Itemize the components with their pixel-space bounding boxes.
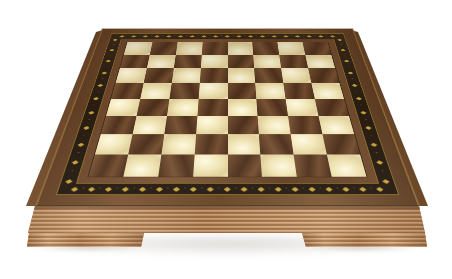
square-a6[interactable] (115, 68, 146, 83)
gold-diamond-inlay-icon: ◆ (306, 35, 311, 38)
gold-dot-inlay-icon: · (343, 54, 346, 57)
square-c5[interactable] (169, 83, 199, 99)
gold-dot-inlay-icon: · (126, 35, 128, 38)
square-b8[interactable] (149, 42, 177, 55)
square-a3[interactable] (100, 116, 136, 135)
gold-dot-inlay-icon: · (313, 35, 315, 38)
square-c6[interactable] (171, 68, 200, 83)
gold-dot-inlay-icon: · (96, 90, 99, 93)
square-b7[interactable] (146, 55, 175, 68)
gold-dot-inlay-icon: · (234, 186, 237, 191)
gold-diamond-inlay-icon: ◆ (360, 111, 367, 115)
gold-diamond-inlay-icon: ◆ (225, 35, 230, 38)
square-g7[interactable] (279, 55, 308, 68)
gold-diamond-inlay-icon: ◆ (166, 35, 171, 38)
gold-diamond-inlay-icon: ◆ (291, 186, 299, 192)
gold-dot-inlay-icon: · (76, 151, 80, 156)
square-b3[interactable] (132, 116, 166, 135)
square-b6[interactable] (143, 68, 173, 83)
chess-board: ◆·◆·◆·◆·◆·◆·◆·◆·◆·◆·◆·◆·◆·◆·◆·◆·◆·◆·◆ ◆·… (35, 29, 420, 206)
square-d4[interactable] (197, 99, 227, 116)
gold-diamond-inlay-icon: ◆ (121, 186, 129, 192)
gold-dot-inlay-icon: · (173, 35, 175, 38)
square-d5[interactable] (198, 83, 227, 99)
square-f4[interactable] (256, 99, 288, 116)
gold-diamond-inlay-icon: ◆ (248, 35, 253, 38)
square-h3[interactable] (318, 116, 354, 135)
square-c8[interactable] (175, 42, 202, 55)
product-photo: ◆·◆·◆·◆·◆·◆·◆·◆·◆·◆·◆·◆·◆·◆·◆·◆·◆·◆·◆ ◆·… (0, 0, 452, 279)
gold-dot-inlay-icon: · (255, 35, 257, 38)
gold-diamond-inlay-icon: ◆ (71, 160, 79, 165)
square-e7[interactable] (227, 55, 254, 68)
gold-dot-inlay-icon: · (132, 186, 135, 191)
square-g1[interactable] (293, 154, 331, 176)
gold-dot-inlay-icon: · (217, 186, 220, 191)
gold-dot-inlay-icon: · (325, 35, 327, 38)
gold-dot-inlay-icon: · (70, 169, 74, 174)
gold-dot-inlay-icon: · (115, 186, 119, 191)
gold-dot-inlay-icon: · (112, 44, 115, 47)
gold-dot-inlay-icon: · (302, 35, 304, 38)
square-b4[interactable] (136, 99, 169, 116)
square-f8[interactable] (252, 42, 279, 55)
gold-dot-inlay-icon: · (100, 77, 103, 80)
gold-dot-inlay-icon: · (92, 104, 95, 108)
gold-dot-inlay-icon: · (347, 65, 350, 68)
gold-dot-inlay-icon: · (150, 35, 152, 38)
gold-dot-inlay-icon: · (138, 35, 140, 38)
square-g2[interactable] (290, 134, 326, 154)
square-g5[interactable] (283, 83, 314, 99)
gold-diamond-inlay-icon: ◆ (64, 178, 72, 184)
square-a5[interactable] (111, 83, 144, 99)
square-f1[interactable] (260, 154, 296, 176)
gold-diamond-inlay-icon: ◆ (82, 126, 89, 131)
gold-dot-inlay-icon: · (220, 35, 222, 38)
gold-diamond-inlay-icon: ◆ (206, 186, 213, 192)
square-e2[interactable] (227, 134, 260, 154)
square-h8[interactable] (302, 42, 331, 55)
inlay-band: ◆·◆·◆·◆·◆·◆·◆·◆·◆·◆·◆·◆·◆·◆·◆·◆·◆·◆·◆ ◆·… (55, 33, 398, 195)
square-h1[interactable] (326, 154, 366, 176)
board-inner-frame (75, 39, 378, 184)
gold-dot-inlay-icon: · (82, 134, 86, 138)
square-f7[interactable] (253, 55, 281, 68)
gold-diamond-inlay-icon: ◆ (178, 35, 183, 38)
gold-dot-inlay-icon: · (278, 35, 280, 38)
gold-diamond-inlay-icon: ◆ (355, 97, 362, 101)
gold-diamond-inlay-icon: ◆ (329, 35, 334, 38)
gold-diamond-inlay-icon: ◆ (97, 83, 103, 87)
gold-dot-inlay-icon: · (351, 77, 354, 80)
gold-diamond-inlay-icon: ◆ (340, 49, 346, 52)
square-d7[interactable] (200, 55, 227, 68)
gold-dot-inlay-icon: · (374, 151, 378, 156)
gold-diamond-inlay-icon: ◆ (142, 35, 147, 38)
square-d8[interactable] (201, 42, 227, 55)
base-foot-right (302, 233, 427, 247)
square-a2[interactable] (94, 134, 132, 154)
square-f5[interactable] (255, 83, 285, 99)
square-b1[interactable] (123, 154, 161, 176)
square-g6[interactable] (281, 68, 311, 83)
gold-diamond-inlay-icon: ◆ (189, 186, 196, 192)
gold-dot-inlay-icon: · (352, 186, 356, 191)
gold-diamond-inlay-icon: ◆ (119, 35, 124, 38)
gold-dot-inlay-icon: · (166, 186, 169, 191)
gold-dot-inlay-icon: · (359, 104, 362, 108)
gold-diamond-inlay-icon: ◆ (138, 186, 146, 192)
gold-dot-inlay-icon: · (268, 186, 271, 191)
gold-dot-inlay-icon: · (267, 35, 269, 38)
square-b2[interactable] (128, 134, 164, 154)
square-e4[interactable] (227, 99, 257, 116)
square-a8[interactable] (123, 42, 152, 55)
gold-dot-inlay-icon: · (369, 134, 373, 138)
square-a4[interactable] (106, 99, 140, 116)
square-e6[interactable] (227, 68, 255, 83)
gold-diamond-inlay-icon: ◆ (87, 186, 95, 192)
gold-diamond-inlay-icon: ◆ (240, 186, 247, 192)
square-f2[interactable] (259, 134, 294, 154)
square-h5[interactable] (311, 83, 344, 99)
gold-diamond-inlay-icon: ◆ (341, 186, 349, 192)
gold-dot-inlay-icon: · (232, 35, 234, 38)
gold-dot-inlay-icon: · (340, 44, 343, 47)
square-h2[interactable] (322, 134, 360, 154)
square-h6[interactable] (308, 68, 339, 83)
gold-dot-inlay-icon: · (380, 169, 384, 174)
gold-diamond-inlay-icon: ◆ (351, 83, 357, 87)
gold-dot-inlay-icon: · (200, 186, 203, 191)
square-e1[interactable] (227, 154, 262, 176)
gold-dot-inlay-icon: · (369, 186, 373, 191)
gold-diamond-inlay-icon: ◆ (364, 126, 371, 131)
base-molding (0, 206, 452, 233)
gold-diamond-inlay-icon: ◆ (274, 186, 281, 192)
gold-diamond-inlay-icon: ◆ (112, 38, 118, 41)
square-c3[interactable] (164, 116, 197, 135)
square-d6[interactable] (199, 68, 227, 83)
square-g4[interactable] (285, 99, 318, 116)
gold-diamond-inlay-icon: ◆ (108, 49, 114, 52)
gold-diamond-inlay-icon: ◆ (223, 186, 230, 192)
gold-diamond-inlay-icon: ◆ (336, 38, 342, 41)
square-c7[interactable] (173, 55, 201, 68)
gold-dot-inlay-icon: · (335, 186, 339, 191)
gold-diamond-inlay-icon: ◆ (324, 186, 332, 192)
gold-diamond-inlay-icon: ◆ (358, 186, 366, 192)
square-a1[interactable] (88, 154, 128, 176)
gold-diamond-inlay-icon: ◆ (172, 186, 179, 192)
square-g8[interactable] (277, 42, 305, 55)
square-c2[interactable] (161, 134, 196, 154)
gold-diamond-inlay-icon: ◆ (189, 35, 194, 38)
square-h4[interactable] (314, 99, 348, 116)
gold-diamond-inlay-icon: ◆ (294, 35, 299, 38)
gold-dot-inlay-icon: · (149, 186, 152, 191)
square-g3[interactable] (288, 116, 322, 135)
gold-diamond-inlay-icon: ◆ (70, 186, 79, 192)
square-d1[interactable] (192, 154, 227, 176)
gold-diamond-inlay-icon: ◆ (283, 35, 288, 38)
square-c1[interactable] (157, 154, 193, 176)
gold-diamond-inlay-icon: ◆ (101, 71, 107, 74)
gold-dot-inlay-icon: · (208, 35, 210, 38)
gold-dot-inlay-icon: · (108, 54, 111, 57)
gold-diamond-inlay-icon: ◆ (92, 97, 99, 101)
gold-diamond-inlay-icon: ◆ (343, 60, 349, 63)
gold-diamond-inlay-icon: ◆ (201, 35, 206, 38)
gold-dot-inlay-icon: · (285, 186, 288, 191)
base-foot-left (27, 233, 144, 247)
gold-diamond-inlay-icon: ◆ (236, 35, 241, 38)
gold-diamond-inlay-icon: ◆ (271, 35, 276, 38)
gold-diamond-inlay-icon: ◆ (131, 35, 136, 38)
square-d2[interactable] (194, 134, 227, 154)
gold-diamond-inlay-icon: ◆ (375, 186, 384, 192)
gold-diamond-inlay-icon: ◆ (213, 35, 218, 38)
board-outer-frame: ◆·◆·◆·◆·◆·◆·◆·◆·◆·◆·◆·◆·◆·◆·◆·◆·◆·◆·◆ ◆·… (35, 29, 420, 206)
square-f6[interactable] (254, 68, 283, 83)
ornament-strip-bottom: ◆·◆·◆·◆·◆·◆·◆·◆·◆·◆·◆·◆·◆·◆·◆·◆·◆·◆·◆ (69, 184, 385, 195)
gold-dot-inlay-icon: · (98, 186, 102, 191)
gold-dot-inlay-icon: · (318, 186, 321, 191)
gold-diamond-inlay-icon: ◆ (154, 35, 159, 38)
gold-dot-inlay-icon: · (185, 35, 187, 38)
gold-dot-inlay-icon: · (243, 35, 245, 38)
square-e8[interactable] (227, 42, 253, 55)
square-c4[interactable] (166, 99, 198, 116)
board-squares (87, 42, 367, 177)
gold-diamond-inlay-icon: ◆ (104, 186, 112, 192)
gold-dot-inlay-icon: · (104, 65, 107, 68)
gold-diamond-inlay-icon: ◆ (87, 111, 94, 115)
gold-diamond-inlay-icon: ◆ (375, 160, 383, 165)
gold-diamond-inlay-icon: ◆ (308, 186, 316, 192)
square-h7[interactable] (305, 55, 335, 68)
square-e5[interactable] (227, 83, 256, 99)
square-e3[interactable] (227, 116, 259, 135)
gold-diamond-inlay-icon: ◆ (257, 186, 264, 192)
gold-diamond-inlay-icon: ◆ (370, 142, 378, 147)
gold-diamond-inlay-icon: ◆ (381, 178, 389, 184)
gold-dot-inlay-icon: · (251, 186, 254, 191)
gold-diamond-inlay-icon: ◆ (259, 35, 264, 38)
gold-dot-inlay-icon: · (301, 186, 304, 191)
gold-diamond-inlay-icon: ◆ (105, 60, 111, 63)
gold-diamond-inlay-icon: ◆ (77, 142, 85, 147)
gold-dot-inlay-icon: · (355, 90, 358, 93)
gold-dot-inlay-icon: · (87, 118, 90, 122)
gold-dot-inlay-icon: · (290, 35, 292, 38)
gold-dot-inlay-icon: · (81, 186, 85, 191)
gold-dot-inlay-icon: · (364, 118, 367, 122)
gold-diamond-inlay-icon: ◆ (318, 35, 323, 38)
gold-diamond-inlay-icon: ◆ (347, 71, 353, 74)
square-b5[interactable] (140, 83, 171, 99)
square-a7[interactable] (119, 55, 149, 68)
gold-dot-inlay-icon: · (197, 35, 199, 38)
square-d3[interactable] (195, 116, 227, 135)
square-f3[interactable] (257, 116, 290, 135)
gold-diamond-inlay-icon: ◆ (155, 186, 163, 192)
gold-dot-inlay-icon: · (183, 186, 186, 191)
gold-dot-inlay-icon: · (161, 35, 163, 38)
